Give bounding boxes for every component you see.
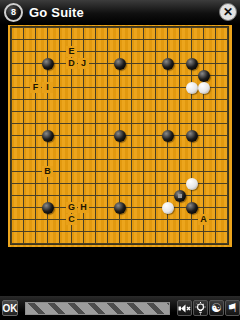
white-stone [186,82,198,94]
point-label-E: E [66,46,77,57]
flag-icon[interactable]: ⚑ [225,300,240,316]
black-stone [174,190,186,202]
point-label-A: A [198,214,209,225]
black-stone [114,202,126,214]
point-label-B: B [42,166,53,177]
black-stone [162,58,174,70]
point-label-D: D [66,58,77,69]
yinyang-stone-icon[interactable]: ☯ [209,300,224,316]
ok-button[interactable]: OK [2,300,18,316]
point-label-C: C [66,214,77,225]
black-stone [42,202,54,214]
lightbulb-icon[interactable] [193,300,208,316]
bottom-toolbar: OK ☯ ⚑ [0,296,240,320]
board-grid[interactable]: ABCDEFGHIJ [11,27,228,244]
black-stone [162,130,174,142]
black-stone [42,58,54,70]
black-stone [114,58,126,70]
move-slider[interactable] [25,302,170,315]
black-stone [42,130,54,142]
speaker-mute-icon[interactable] [177,300,192,316]
white-stone [186,178,198,190]
point-label-I: I [42,82,53,93]
title-bar: 8 Go Suite ✕ [0,0,240,24]
point-label-F: F [30,82,41,93]
black-stone [186,130,198,142]
pda-screen: 8 Go Suite ✕ ABCDEFGHIJ OK ☯ [0,0,240,320]
black-stone [186,58,198,70]
point-label-G: G [66,202,77,213]
go-board[interactable]: ABCDEFGHIJ [8,25,232,247]
black-stone [186,202,198,214]
black-stone [114,130,126,142]
close-icon[interactable]: ✕ [219,3,237,21]
white-stone [198,82,210,94]
last-move-marker [178,194,182,198]
app-stone-8-icon: 8 [4,3,23,22]
point-label-H: H [78,202,89,213]
white-stone [162,202,174,214]
black-stone [198,70,210,82]
window-title: Go Suite [29,5,84,20]
point-label-J: J [78,58,89,69]
